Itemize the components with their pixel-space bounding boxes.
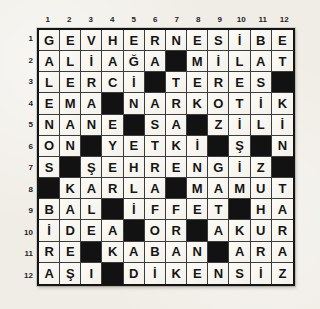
row-label-10: 10 <box>20 222 35 244</box>
black-cell-r6c11[interactable] <box>251 136 272 157</box>
letter-cell-r5c10[interactable]: İ <box>229 115 250 136</box>
letter-cell-r2c8[interactable]: M <box>187 51 208 72</box>
letter-cell-r12c1[interactable]: A <box>39 263 60 284</box>
letter-cell-r10c6[interactable]: O <box>145 220 166 241</box>
letter-cell-r5c3[interactable]: N <box>81 115 102 136</box>
col-label-10: 10 <box>231 10 253 24</box>
letter-cell-r4c9[interactable]: O <box>208 93 229 114</box>
letter-cell-r7c5[interactable]: H <box>124 157 145 178</box>
letter-cell-r10c9[interactable]: A <box>208 220 229 241</box>
letter-cell-r1c11[interactable]: B <box>251 30 272 51</box>
letter-cell-r7c9[interactable]: G <box>208 157 229 178</box>
letter-cell-r7c4[interactable]: E <box>102 157 123 178</box>
letter-cell-r5c11[interactable]: L <box>251 115 272 136</box>
letter-cell-r3c1[interactable]: L <box>39 72 60 93</box>
black-cell-r12c4[interactable] <box>102 263 123 284</box>
letter-cell-r10c7[interactable]: R <box>166 220 187 241</box>
letter-cell-r10c2[interactable]: D <box>60 220 81 241</box>
row-label-7: 7 <box>20 157 35 179</box>
black-cell-r5c8[interactable] <box>187 115 208 136</box>
row-label-1: 1 <box>20 28 35 50</box>
row-label-8: 8 <box>20 179 35 201</box>
letter-cell-r8c9[interactable]: A <box>208 178 229 199</box>
letter-cell-r2c10[interactable]: L <box>229 51 250 72</box>
row-label-12: 12 <box>20 265 35 287</box>
crossword-grid: GEVHERNESİBEALİAĞAMİLATLERCİTERESEMANARK… <box>37 28 295 286</box>
col-label-2: 2 <box>59 10 81 24</box>
letter-cell-r1c6[interactable]: R <box>145 30 166 51</box>
letter-cell-r3c10[interactable]: E <box>229 72 250 93</box>
letter-cell-r4c6[interactable]: A <box>145 93 166 114</box>
letter-cell-r9c6[interactable]: F <box>145 199 166 220</box>
letter-cell-r2c9[interactable]: İ <box>208 51 229 72</box>
letter-cell-r5c9[interactable]: Z <box>208 115 229 136</box>
letter-cell-r4c8[interactable]: K <box>187 93 208 114</box>
letter-cell-r12c10[interactable]: S <box>229 263 250 284</box>
letter-cell-r2c5[interactable]: Ğ <box>124 51 145 72</box>
letter-cell-r6c4[interactable]: Y <box>102 136 123 157</box>
letter-cell-r9c5[interactable]: İ <box>124 199 145 220</box>
letter-cell-r5c1[interactable]: N <box>39 115 60 136</box>
letter-cell-r3c8[interactable]: E <box>187 72 208 93</box>
letter-cell-r11c10[interactable]: A <box>229 242 250 263</box>
row-labels: 123456789101112 <box>20 28 35 286</box>
letter-cell-r4c3[interactable]: A <box>81 93 102 114</box>
letter-cell-r11c2[interactable]: E <box>60 242 81 263</box>
letter-cell-r12c6[interactable]: İ <box>145 263 166 284</box>
letter-cell-r10c3[interactable]: E <box>81 220 102 241</box>
row-label-11: 11 <box>20 243 35 265</box>
letter-cell-r1c1[interactable]: G <box>39 30 60 51</box>
letter-cell-r2c11[interactable]: A <box>251 51 272 72</box>
letter-cell-r3c4[interactable]: C <box>102 72 123 93</box>
letter-cell-r1c4[interactable]: H <box>102 30 123 51</box>
letter-cell-r5c12[interactable]: İ <box>272 115 293 136</box>
letter-cell-r2c2[interactable]: L <box>60 51 81 72</box>
letter-cell-r11c6[interactable]: B <box>145 242 166 263</box>
letter-cell-r6c7[interactable]: K <box>166 136 187 157</box>
row-label-5: 5 <box>20 114 35 136</box>
black-cell-r9c4[interactable] <box>102 199 123 220</box>
letter-cell-r10c1[interactable]: İ <box>39 220 60 241</box>
letter-cell-r10c11[interactable]: U <box>251 220 272 241</box>
row-label-4: 4 <box>20 93 35 115</box>
letter-cell-r4c12[interactable]: K <box>272 93 293 114</box>
letter-cell-r11c11[interactable]: R <box>251 242 272 263</box>
letter-cell-r7c8[interactable]: N <box>187 157 208 178</box>
letter-cell-r2c6[interactable]: A <box>145 51 166 72</box>
letter-cell-r11c12[interactable]: A <box>272 242 293 263</box>
col-label-9: 9 <box>209 10 231 24</box>
letter-cell-r1c8[interactable]: E <box>187 30 208 51</box>
letter-cell-r7c11[interactable]: Z <box>251 157 272 178</box>
black-cell-r10c8[interactable] <box>187 220 208 241</box>
letter-cell-r11c1[interactable]: R <box>39 242 60 263</box>
col-label-3: 3 <box>80 10 102 24</box>
letter-cell-r10c4[interactable]: A <box>102 220 123 241</box>
letter-cell-r9c8[interactable]: E <box>187 199 208 220</box>
letter-cell-r5c6[interactable]: S <box>145 115 166 136</box>
letter-cell-r9c3[interactable]: L <box>81 199 102 220</box>
col-label-11: 11 <box>252 10 274 24</box>
letter-cell-r8c6[interactable]: A <box>145 178 166 199</box>
row-label-2: 2 <box>20 50 35 72</box>
col-label-4: 4 <box>102 10 124 24</box>
letter-cell-r8c4[interactable]: R <box>102 178 123 199</box>
letter-cell-r6c1[interactable]: O <box>39 136 60 157</box>
letter-cell-r6c10[interactable]: Ş <box>229 136 250 157</box>
letter-cell-r8c12[interactable]: T <box>272 178 293 199</box>
col-label-1: 1 <box>37 10 59 24</box>
letter-cell-r1c2[interactable]: E <box>60 30 81 51</box>
letter-cell-r8c8[interactable]: M <box>187 178 208 199</box>
letter-cell-r12c3[interactable]: I <box>81 263 102 284</box>
letter-cell-r10c12[interactable]: R <box>272 220 293 241</box>
letter-cell-r11c7[interactable]: A <box>166 242 187 263</box>
letter-cell-r1c12[interactable]: E <box>272 30 293 51</box>
letter-cell-r1c10[interactable]: İ <box>229 30 250 51</box>
letter-cell-r4c7[interactable]: R <box>166 93 187 114</box>
letter-cell-r5c2[interactable]: A <box>60 115 81 136</box>
letter-cell-r1c9[interactable]: S <box>208 30 229 51</box>
letter-cell-r8c5[interactable]: L <box>124 178 145 199</box>
letter-cell-r4c10[interactable]: T <box>229 93 250 114</box>
letter-cell-r8c3[interactable]: A <box>81 178 102 199</box>
letter-cell-r2c4[interactable]: A <box>102 51 123 72</box>
black-cell-r4c4[interactable] <box>102 93 123 114</box>
letter-cell-r12c5[interactable]: D <box>124 263 145 284</box>
black-cell-r7c2[interactable] <box>60 157 81 178</box>
letter-cell-r2c12[interactable]: T <box>272 51 293 72</box>
letter-cell-r7c1[interactable]: S <box>39 157 60 178</box>
letter-cell-r4c11[interactable]: İ <box>251 93 272 114</box>
black-cell-r5c5[interactable] <box>124 115 145 136</box>
black-cell-r6c9[interactable] <box>208 136 229 157</box>
letter-cell-r12c12[interactable]: Z <box>272 263 293 284</box>
black-cell-r11c9[interactable] <box>208 242 229 263</box>
letter-cell-r8c2[interactable]: K <box>60 178 81 199</box>
letter-cell-r7c10[interactable]: İ <box>229 157 250 178</box>
letter-cell-r5c7[interactable]: A <box>166 115 187 136</box>
letter-cell-r9c2[interactable]: A <box>60 199 81 220</box>
letter-cell-r3c7[interactable]: T <box>166 72 187 93</box>
letter-cell-r8c10[interactable]: M <box>229 178 250 199</box>
black-cell-r8c7[interactable] <box>166 178 187 199</box>
letter-cell-r8c11[interactable]: U <box>251 178 272 199</box>
row-label-6: 6 <box>20 136 35 158</box>
letter-cell-r1c7[interactable]: N <box>166 30 187 51</box>
letter-cell-r1c5[interactable]: E <box>124 30 145 51</box>
letter-cell-r5c4[interactable]: E <box>102 115 123 136</box>
letter-cell-r11c8[interactable]: N <box>187 242 208 263</box>
black-cell-r3c6[interactable] <box>145 72 166 93</box>
letter-cell-r11c4[interactable]: K <box>102 242 123 263</box>
letter-cell-r6c8[interactable]: İ <box>187 136 208 157</box>
letter-cell-r6c6[interactable]: T <box>145 136 166 157</box>
letter-cell-r7c3[interactable]: Ş <box>81 157 102 178</box>
black-cell-r9c10[interactable] <box>229 199 250 220</box>
letter-cell-r9c9[interactable]: T <box>208 199 229 220</box>
row-label-9: 9 <box>20 200 35 222</box>
letter-cell-r10c10[interactable]: K <box>229 220 250 241</box>
letter-cell-r12c8[interactable]: E <box>187 263 208 284</box>
letter-cell-r3c5[interactable]: İ <box>124 72 145 93</box>
letter-cell-r3c11[interactable]: S <box>251 72 272 93</box>
letter-cell-r7c6[interactable]: R <box>145 157 166 178</box>
letter-cell-r12c11[interactable]: İ <box>251 263 272 284</box>
letter-cell-r11c5[interactable]: A <box>124 242 145 263</box>
letter-cell-r1c3[interactable]: V <box>81 30 102 51</box>
letter-cell-r3c3[interactable]: R <box>81 72 102 93</box>
col-label-12: 12 <box>274 10 296 24</box>
col-label-7: 7 <box>166 10 188 24</box>
letter-cell-r6c2[interactable]: N <box>60 136 81 157</box>
black-cell-r6c3[interactable] <box>81 136 102 157</box>
col-label-5: 5 <box>123 10 145 24</box>
black-cell-r2c7[interactable] <box>166 51 187 72</box>
letter-cell-r6c12[interactable]: N <box>272 136 293 157</box>
column-labels: 123456789101112 <box>37 10 295 24</box>
letter-cell-r12c9[interactable]: N <box>208 263 229 284</box>
letter-cell-r2c1[interactable]: A <box>39 51 60 72</box>
letter-cell-r6c5[interactable]: E <box>124 136 145 157</box>
letter-cell-r9c1[interactable]: B <box>39 199 60 220</box>
col-label-6: 6 <box>145 10 167 24</box>
letter-cell-r3c9[interactable]: R <box>208 72 229 93</box>
letter-cell-r12c7[interactable]: K <box>166 263 187 284</box>
black-cell-r7c12[interactable] <box>272 157 293 178</box>
letter-cell-r9c7[interactable]: F <box>166 199 187 220</box>
black-cell-r10c5[interactable] <box>124 220 145 241</box>
letter-cell-r3c2[interactable]: E <box>60 72 81 93</box>
letter-cell-r2c3[interactable]: İ <box>81 51 102 72</box>
row-label-3: 3 <box>20 71 35 93</box>
black-cell-r8c1[interactable] <box>39 178 60 199</box>
black-cell-r3c12[interactable] <box>272 72 293 93</box>
letter-cell-r9c12[interactable]: A <box>272 199 293 220</box>
letter-cell-r7c7[interactable]: E <box>166 157 187 178</box>
letter-cell-r4c5[interactable]: N <box>124 93 145 114</box>
letter-cell-r4c2[interactable]: M <box>60 93 81 114</box>
black-cell-r11c3[interactable] <box>81 242 102 263</box>
letter-cell-r12c2[interactable]: Ş <box>60 263 81 284</box>
letter-cell-r4c1[interactable]: E <box>39 93 60 114</box>
letter-cell-r9c11[interactable]: H <box>251 199 272 220</box>
col-label-8: 8 <box>188 10 210 24</box>
